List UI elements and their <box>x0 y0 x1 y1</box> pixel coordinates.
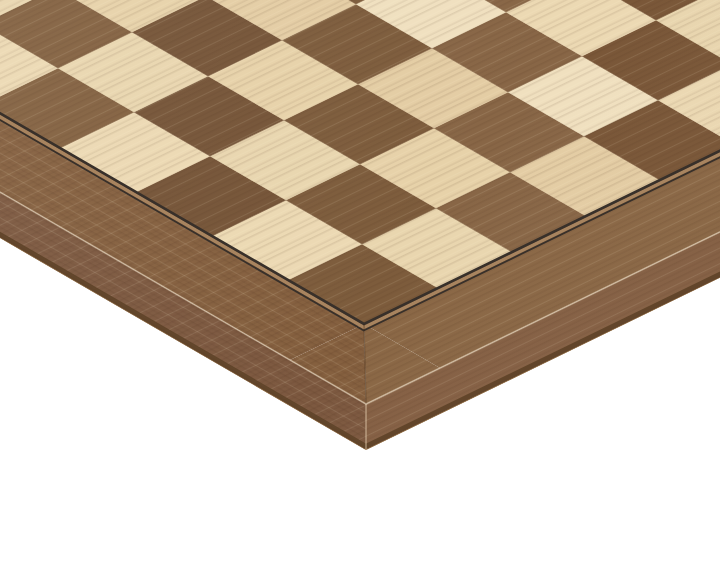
chess-board <box>0 0 720 576</box>
lighting-overlay <box>0 0 720 576</box>
board-wood <box>0 0 720 576</box>
chessboard-photo <box>0 0 720 576</box>
